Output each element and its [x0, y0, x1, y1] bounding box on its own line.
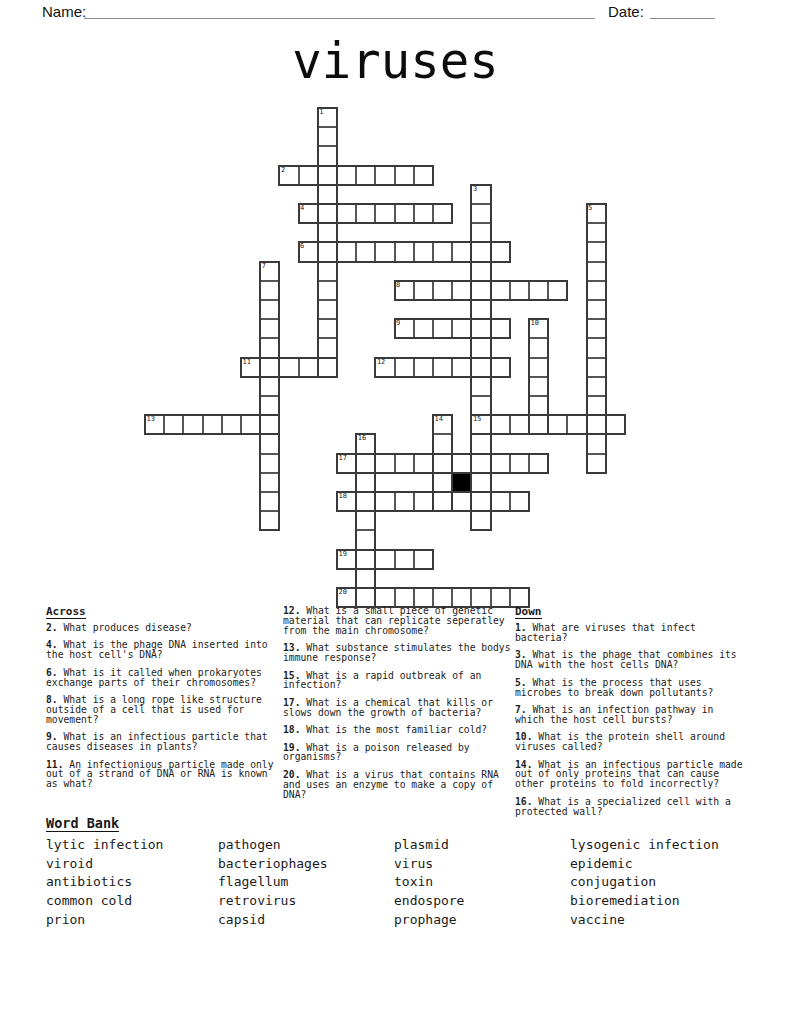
word-bank-item: common cold — [46, 892, 163, 911]
grid-cell[interactable] — [587, 415, 606, 434]
grid-cell[interactable] — [471, 223, 490, 242]
grid-cell[interactable] — [260, 415, 279, 434]
cell-number: 7 — [262, 263, 266, 270]
grid-cell[interactable] — [260, 473, 279, 492]
grid-cell[interactable] — [491, 358, 510, 377]
grid-cell[interactable] — [587, 358, 606, 377]
grid-cell[interactable] — [414, 281, 433, 300]
grid-cell[interactable] — [356, 454, 375, 473]
grid-cell[interactable] — [587, 377, 606, 396]
grid-cell[interactable] — [471, 511, 490, 530]
grid-cell[interactable] — [471, 281, 490, 300]
clue-9: 9. What is an infectious particle that c… — [46, 732, 276, 752]
grid-cell[interactable] — [375, 242, 394, 261]
grid-cell[interactable] — [491, 415, 510, 434]
grid-cell[interactable] — [471, 492, 490, 511]
clue-10: 10. What is the protein shell around vir… — [515, 732, 745, 752]
cell-number: 19 — [339, 551, 347, 558]
clue-20: 20. What is a virus that contains RNA an… — [283, 770, 513, 800]
grid-cell[interactable] — [491, 588, 510, 607]
clue-19: 19. What is a poison released by organis… — [283, 743, 513, 763]
grid-cell[interactable] — [529, 396, 548, 415]
across-clues-continued-column: 12. What is a small piece of genetic mat… — [283, 606, 513, 807]
grid-cell[interactable] — [548, 281, 567, 300]
worksheet-page: { "game": "crossword", "title": "viruses… — [0, 0, 791, 1024]
grid-cell[interactable] — [606, 415, 625, 434]
grid-cell[interactable] — [356, 204, 375, 223]
cell-number: 11 — [243, 359, 251, 366]
grid-cell[interactable] — [414, 319, 433, 338]
grid-cell[interactable] — [279, 358, 298, 377]
grid-cell[interactable] — [510, 492, 529, 511]
word-bank-item: antibiotics — [46, 873, 163, 892]
grid-cell[interactable] — [260, 511, 279, 530]
grid-cell[interactable] — [260, 377, 279, 396]
grid-cell[interactable] — [433, 473, 452, 492]
grid-cell[interactable] — [414, 492, 433, 511]
across-heading: Across — [46, 606, 86, 619]
grid-cell[interactable] — [356, 492, 375, 511]
clue-13: 13. What substance stimulates the bodys … — [283, 643, 513, 663]
grid-cell[interactable] — [587, 281, 606, 300]
grid-cell[interactable] — [395, 358, 414, 377]
grid-cell[interactable] — [433, 434, 452, 453]
grid-cell[interactable] — [587, 242, 606, 261]
grid-cell[interactable] — [318, 242, 337, 261]
cell-number: 15 — [473, 416, 481, 423]
grid-cell[interactable] — [471, 338, 490, 357]
word-bank-item: bioremediation — [570, 892, 719, 911]
word-bank-item: retrovirus — [218, 892, 328, 911]
cell-number: 14 — [435, 416, 443, 423]
grid-cell[interactable] — [260, 492, 279, 511]
grid-cell[interactable] — [510, 415, 529, 434]
grid-cell[interactable] — [318, 185, 337, 204]
clue-5: 5. What is the process that uses microbe… — [515, 678, 745, 698]
grid-cell[interactable] — [395, 204, 414, 223]
grid-cell[interactable] — [433, 281, 452, 300]
grid-cell[interactable] — [356, 511, 375, 530]
word-bank-item: bacteriophages — [218, 855, 328, 874]
grid-cell[interactable] — [414, 358, 433, 377]
cell-number: 13 — [147, 416, 155, 423]
clue-11: 11. An infectionious particle made only … — [46, 760, 276, 790]
grid-cell[interactable] — [356, 166, 375, 185]
word-bank-column: plasmidvirustoxinendosporeprophage — [394, 836, 464, 930]
grid-cell[interactable] — [587, 262, 606, 281]
grid-cell[interactable] — [318, 146, 337, 165]
grid-cell[interactable] — [587, 338, 606, 357]
grid-cell[interactable] — [548, 415, 567, 434]
grid-cell[interactable] — [260, 319, 279, 338]
clue-8: 8. What is a long rope like structure ou… — [46, 695, 276, 725]
grid-cell[interactable] — [318, 338, 337, 357]
grid-cell[interactable] — [414, 454, 433, 473]
grid-cell[interactable] — [395, 492, 414, 511]
grid-cell[interactable] — [375, 166, 394, 185]
grid-cell[interactable] — [529, 415, 548, 434]
word-bank-item: conjugation — [570, 873, 719, 892]
grid-cell[interactable] — [260, 281, 279, 300]
word-bank-item: capsid — [218, 911, 328, 930]
grid-cell[interactable] — [318, 262, 337, 281]
cell-number: 17 — [339, 455, 347, 462]
word-bank-item: epidemic — [570, 855, 719, 874]
grid-cell[interactable] — [491, 319, 510, 338]
grid-cell[interactable] — [471, 319, 490, 338]
grid-cell[interactable] — [260, 300, 279, 319]
grid-cell[interactable] — [471, 358, 490, 377]
cell-number: 10 — [531, 320, 539, 327]
word-bank-item: prophage — [394, 911, 464, 930]
grid-cell[interactable] — [471, 300, 490, 319]
word-bank-item: endospore — [394, 892, 464, 911]
word-bank-column: lytic infectionviroidantibioticscommon c… — [46, 836, 163, 930]
cell-number: 20 — [339, 589, 347, 596]
grid-cell[interactable] — [337, 242, 356, 261]
name-line — [84, 18, 595, 19]
clue-7: 7. What is an infection pathway in which… — [515, 705, 745, 725]
word-bank-item: toxin — [394, 873, 464, 892]
grid-cell[interactable] — [510, 454, 529, 473]
clue-2: 2. What produces disease? — [46, 623, 276, 633]
name-label: Name: — [42, 3, 86, 20]
grid-cell[interactable] — [471, 204, 490, 223]
grid-cell[interactable] — [318, 358, 337, 377]
grid-cell[interactable] — [395, 550, 414, 569]
cell-number: 16 — [358, 435, 366, 442]
word-bank-item: flagellum — [218, 873, 328, 892]
cell-number: 4 — [300, 205, 304, 212]
word-bank-item: viroid — [46, 855, 163, 874]
grid-cell[interactable] — [471, 242, 490, 261]
grid-cell[interactable] — [452, 358, 471, 377]
grid-cell[interactable] — [529, 377, 548, 396]
word-bank-heading: Word Bank — [46, 816, 119, 832]
grid-cell[interactable] — [260, 338, 279, 357]
word-bank-item: lytic infection — [46, 836, 163, 855]
grid-cell[interactable] — [260, 434, 279, 453]
grid-cell[interactable] — [260, 454, 279, 473]
date-label: Date: — [608, 3, 644, 20]
word-bank-column: pathogenbacteriophagesflagellumretroviru… — [218, 836, 328, 930]
grid-cell[interactable] — [452, 319, 471, 338]
cell-number: 8 — [396, 282, 400, 289]
grid-cell[interactable] — [241, 415, 260, 434]
clue-17: 17. What is a chemical that kills or slo… — [283, 698, 513, 718]
grid-cell[interactable] — [356, 550, 375, 569]
word-bank-item: vaccine — [570, 911, 719, 930]
grid-cell[interactable] — [337, 204, 356, 223]
grid-cell[interactable] — [356, 530, 375, 549]
grid-cell[interactable] — [433, 492, 452, 511]
word-bank-item: plasmid — [394, 836, 464, 855]
grid-cell[interactable] — [414, 242, 433, 261]
grid-cell[interactable] — [203, 415, 222, 434]
grid-cell[interactable] — [299, 166, 318, 185]
grid-cell[interactable] — [471, 396, 490, 415]
grid-cell[interactable] — [375, 454, 394, 473]
grid-cell[interactable] — [452, 492, 471, 511]
clue-12: 12. What is a small piece of genetic mat… — [283, 606, 513, 636]
grid-cell[interactable] — [414, 550, 433, 569]
clue-3: 3. What is the phage that combines its D… — [515, 650, 745, 670]
clue-18: 18. What is the most familiar cold? — [283, 725, 513, 735]
grid-cell[interactable] — [587, 319, 606, 338]
grid-cell[interactable] — [318, 300, 337, 319]
grid-cell[interactable] — [491, 454, 510, 473]
grid-cell[interactable] — [567, 415, 586, 434]
clue-1: 1. What are viruses that infect bacteria… — [515, 623, 745, 643]
grid-cell[interactable] — [260, 358, 279, 377]
word-bank-item: lysogenic infection — [570, 836, 719, 855]
word-bank-item: pathogen — [218, 836, 328, 855]
cell-number: 9 — [396, 320, 400, 327]
cell-number: 6 — [300, 243, 304, 250]
cell-number: 5 — [588, 205, 592, 212]
grid-cell[interactable] — [587, 300, 606, 319]
grid-cell[interactable] — [222, 415, 241, 434]
crossword-grid: 1234567891011121314151617181920 — [145, 108, 625, 608]
grid-cell[interactable] — [529, 454, 548, 473]
grid-cell[interactable] — [510, 281, 529, 300]
grid-cell[interactable] — [529, 358, 548, 377]
grid-cell[interactable] — [318, 319, 337, 338]
grid-cell[interactable] — [529, 338, 548, 357]
grid-cell[interactable] — [433, 319, 452, 338]
grid-cell[interactable] — [433, 454, 452, 473]
cell-number: 12 — [377, 359, 385, 366]
grid-cell[interactable] — [299, 358, 318, 377]
grid-cell[interactable] — [491, 242, 510, 261]
grid-cell[interactable] — [452, 454, 471, 473]
grid-cell[interactable] — [318, 127, 337, 146]
grid-cell[interactable] — [375, 492, 394, 511]
clue-16: 16. What is a specialized cell with a pr… — [515, 797, 745, 817]
across-clues-column: Across 2. What produces disease?4. What … — [46, 606, 276, 797]
grid-cell[interactable] — [375, 204, 394, 223]
puzzle-title: viruses — [0, 36, 791, 88]
grid-cell[interactable] — [471, 434, 490, 453]
grid-cell[interactable] — [183, 415, 202, 434]
date-line — [650, 18, 715, 19]
grid-cell[interactable] — [433, 204, 452, 223]
grid-cell[interactable] — [452, 242, 471, 261]
word-bank-item: prion — [46, 911, 163, 930]
grid-cell[interactable] — [395, 454, 414, 473]
cell-number: 1 — [319, 109, 323, 116]
grid-cell[interactable] — [452, 281, 471, 300]
grid-cell[interactable] — [471, 473, 490, 492]
grid-cell[interactable] — [356, 242, 375, 261]
grid-cell[interactable] — [414, 204, 433, 223]
down-heading: Down — [515, 606, 542, 619]
grid-cell[interactable] — [375, 550, 394, 569]
grid-cell[interactable] — [433, 358, 452, 377]
word-bank-item: virus — [394, 855, 464, 874]
grid-cell[interactable] — [318, 223, 337, 242]
grid-cell[interactable] — [414, 166, 433, 185]
grid-cell[interactable] — [164, 415, 183, 434]
grid-cell[interactable] — [491, 281, 510, 300]
grid-cell[interactable] — [587, 454, 606, 473]
clue-4: 4. What is the phage DNA inserted into t… — [46, 640, 276, 660]
grid-cell[interactable] — [356, 569, 375, 588]
cell-number: 3 — [473, 186, 477, 193]
grid-cell[interactable] — [433, 242, 452, 261]
grid-cell[interactable] — [395, 242, 414, 261]
grid-cell[interactable] — [356, 473, 375, 492]
grid-cell[interactable] — [471, 454, 490, 473]
word-bank-column: lysogenic infectionepidemicconjugationbi… — [570, 836, 719, 930]
grid-cell[interactable] — [318, 204, 337, 223]
grid-cell[interactable] — [471, 262, 490, 281]
grid-cell[interactable] — [471, 377, 490, 396]
grid-cell[interactable] — [395, 166, 414, 185]
grid-cell[interactable] — [587, 434, 606, 453]
grid-cell[interactable] — [587, 223, 606, 242]
grid-cell[interactable] — [491, 492, 510, 511]
clue-14: 14. What is an infectious particle made … — [515, 760, 745, 790]
cell-number: 2 — [281, 167, 285, 174]
grid-cell[interactable] — [529, 281, 548, 300]
grid-cell[interactable] — [260, 396, 279, 415]
clue-6: 6. What is it called when prokaryotes ex… — [46, 668, 276, 688]
clue-15: 15. What is a rapid outbreak of an infec… — [283, 671, 513, 691]
down-clues-column: Down 1. What are viruses that infect bac… — [515, 606, 745, 824]
black-cell — [452, 473, 471, 492]
grid-cell[interactable] — [587, 396, 606, 415]
grid-cell[interactable] — [337, 166, 356, 185]
grid-cell[interactable] — [318, 166, 337, 185]
grid-cell[interactable] — [318, 281, 337, 300]
cell-number: 18 — [339, 493, 347, 500]
